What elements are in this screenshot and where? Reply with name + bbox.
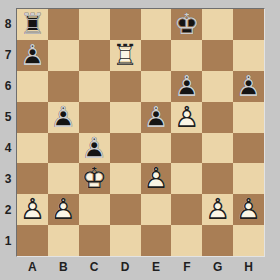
square-c6[interactable]: [79, 71, 110, 102]
piece-outline-glyph: ♙: [17, 194, 48, 225]
square-d7[interactable]: ♜♖: [110, 40, 141, 71]
square-b7[interactable]: [48, 40, 79, 71]
piece-outline-glyph: ♙: [141, 102, 172, 133]
chess-diagram: 87654321 ♜♖♚♔♟♙♜♖♟♙♟♙♟♙♟♙♟♙♟♙♚♔♟♙♟♙♟♙♟♙♟…: [0, 0, 280, 280]
square-h4[interactable]: [233, 133, 264, 164]
piece-outline-glyph: ♙: [79, 133, 110, 164]
square-e5[interactable]: ♟♙: [141, 102, 172, 133]
square-d3[interactable]: [110, 163, 141, 194]
square-h8[interactable]: [233, 9, 264, 40]
piece-outline-glyph: ♙: [141, 163, 172, 194]
black-pawn-b5[interactable]: ♟♙: [48, 102, 79, 133]
black-pawn-e5[interactable]: ♟♙: [141, 102, 172, 133]
square-a7[interactable]: ♟♙: [17, 40, 48, 71]
square-e4[interactable]: [141, 133, 172, 164]
square-g6[interactable]: [202, 71, 233, 102]
piece-outline-glyph: ♙: [17, 40, 48, 71]
square-g8[interactable]: [202, 9, 233, 40]
square-c4[interactable]: ♟♙: [79, 133, 110, 164]
square-f8[interactable]: ♚♔: [171, 9, 202, 40]
piece-outline-glyph: ♔: [171, 9, 202, 40]
black-pawn-h6[interactable]: ♟♙: [233, 71, 264, 102]
white-rook-d7[interactable]: ♜♖: [110, 40, 141, 71]
rank-label-2: 2: [0, 194, 16, 225]
square-c1[interactable]: [79, 225, 110, 256]
square-a4[interactable]: [17, 133, 48, 164]
white-pawn-f5[interactable]: ♟♙: [171, 102, 202, 133]
square-b4[interactable]: [48, 133, 79, 164]
square-f6[interactable]: ♟♙: [171, 71, 202, 102]
square-f1[interactable]: [171, 225, 202, 256]
square-h7[interactable]: [233, 40, 264, 71]
square-b1[interactable]: [48, 225, 79, 256]
square-d1[interactable]: [110, 225, 141, 256]
square-f4[interactable]: [171, 133, 202, 164]
square-g3[interactable]: [202, 163, 233, 194]
rank-label-8: 8: [0, 9, 16, 40]
square-h2[interactable]: ♟♙: [233, 194, 264, 225]
square-d4[interactable]: [110, 133, 141, 164]
square-g5[interactable]: [202, 102, 233, 133]
square-f5[interactable]: ♟♙: [171, 102, 202, 133]
square-h1[interactable]: [233, 225, 264, 256]
square-g4[interactable]: [202, 133, 233, 164]
white-pawn-a2[interactable]: ♟♙: [17, 194, 48, 225]
file-labels: ABCDEFGH: [17, 256, 264, 278]
file-label-c: C: [79, 256, 110, 278]
square-g7[interactable]: [202, 40, 233, 71]
rank-label-4: 4: [0, 133, 16, 164]
piece-outline-glyph: ♙: [171, 71, 202, 102]
square-d5[interactable]: [110, 102, 141, 133]
white-pawn-b2[interactable]: ♟♙: [48, 194, 79, 225]
file-label-h: H: [233, 256, 264, 278]
square-a5[interactable]: [17, 102, 48, 133]
square-g1[interactable]: [202, 225, 233, 256]
file-label-a: A: [17, 256, 48, 278]
black-pawn-c4[interactable]: ♟♙: [79, 133, 110, 164]
square-h6[interactable]: ♟♙: [233, 71, 264, 102]
rank-label-1: 1: [0, 225, 16, 256]
piece-outline-glyph: ♙: [202, 194, 233, 225]
file-label-d: D: [110, 256, 141, 278]
file-label-e: E: [141, 256, 172, 278]
square-f3[interactable]: [171, 163, 202, 194]
square-a1[interactable]: [17, 225, 48, 256]
square-a6[interactable]: [17, 71, 48, 102]
piece-outline-glyph: ♖: [110, 40, 141, 71]
black-pawn-a7[interactable]: ♟♙: [17, 40, 48, 71]
square-c5[interactable]: [79, 102, 110, 133]
file-label-b: B: [48, 256, 79, 278]
black-rook-a8[interactable]: ♜♖: [17, 9, 48, 40]
rank-label-3: 3: [0, 163, 16, 194]
rank-label-7: 7: [0, 40, 16, 71]
square-e8[interactable]: [141, 9, 172, 40]
square-b3[interactable]: [48, 163, 79, 194]
rank-label-5: 5: [0, 102, 16, 133]
square-b6[interactable]: [48, 71, 79, 102]
square-f7[interactable]: [171, 40, 202, 71]
square-b5[interactable]: ♟♙: [48, 102, 79, 133]
black-pawn-f6[interactable]: ♟♙: [171, 71, 202, 102]
white-pawn-h2[interactable]: ♟♙: [233, 194, 264, 225]
white-king-c3[interactable]: ♚♔: [79, 163, 110, 194]
white-pawn-g2[interactable]: ♟♙: [202, 194, 233, 225]
square-f2[interactable]: [171, 194, 202, 225]
piece-outline-glyph: ♙: [171, 102, 202, 133]
black-king-f8[interactable]: ♚♔: [171, 9, 202, 40]
square-e6[interactable]: [141, 71, 172, 102]
piece-outline-glyph: ♖: [17, 9, 48, 40]
square-c2[interactable]: [79, 194, 110, 225]
square-e1[interactable]: [141, 225, 172, 256]
file-label-f: F: [171, 256, 202, 278]
square-h3[interactable]: [233, 163, 264, 194]
square-a2[interactable]: ♟♙: [17, 194, 48, 225]
rank-label-6: 6: [0, 71, 16, 102]
square-c8[interactable]: [79, 9, 110, 40]
chess-board[interactable]: ♜♖♚♔♟♙♜♖♟♙♟♙♟♙♟♙♟♙♟♙♚♔♟♙♟♙♟♙♟♙♟♙: [16, 8, 265, 257]
square-c7[interactable]: [79, 40, 110, 71]
square-a3[interactable]: [17, 163, 48, 194]
square-g2[interactable]: ♟♙: [202, 194, 233, 225]
square-h5[interactable]: [233, 102, 264, 133]
piece-outline-glyph: ♙: [233, 71, 264, 102]
square-e3[interactable]: ♟♙: [141, 163, 172, 194]
rank-labels: 87654321: [0, 9, 16, 256]
square-b8[interactable]: [48, 9, 79, 40]
square-d6[interactable]: [110, 71, 141, 102]
file-label-g: G: [202, 256, 233, 278]
square-d2[interactable]: [110, 194, 141, 225]
piece-outline-glyph: ♙: [233, 194, 264, 225]
square-d8[interactable]: [110, 9, 141, 40]
square-a8[interactable]: ♜♖: [17, 9, 48, 40]
square-e2[interactable]: [141, 194, 172, 225]
piece-outline-glyph: ♙: [48, 194, 79, 225]
piece-outline-glyph: ♙: [48, 102, 79, 133]
square-c3[interactable]: ♚♔: [79, 163, 110, 194]
white-pawn-e3[interactable]: ♟♙: [141, 163, 172, 194]
square-e7[interactable]: [141, 40, 172, 71]
piece-outline-glyph: ♔: [79, 163, 110, 194]
square-b2[interactable]: ♟♙: [48, 194, 79, 225]
